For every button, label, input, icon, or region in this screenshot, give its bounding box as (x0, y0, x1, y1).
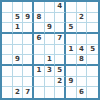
sudoku-cell-empty[interactable] (2, 45, 13, 56)
sudoku-cell-empty[interactable] (2, 66, 13, 77)
sudoku-cell-empty[interactable] (34, 2, 45, 13)
sudoku-cell-empty[interactable] (2, 87, 13, 98)
sudoku-cell-given[interactable]: 7 (55, 34, 66, 45)
sudoku-cell-empty[interactable] (77, 66, 88, 77)
sudoku-cell-given[interactable]: 3 (45, 66, 56, 77)
sudoku-cell-given[interactable]: 9 (23, 13, 34, 24)
sudoku-cell-empty[interactable] (87, 23, 98, 34)
sudoku-cell-empty[interactable] (2, 2, 13, 13)
sudoku-cell-given[interactable]: 1 (34, 66, 45, 77)
sudoku-cell-empty[interactable] (34, 77, 45, 88)
sudoku-cell-given[interactable]: 7 (23, 87, 34, 98)
sudoku-cell-empty[interactable] (13, 77, 24, 88)
sudoku-cell-given[interactable]: 9 (13, 55, 24, 66)
sudoku-cell-empty[interactable] (77, 2, 88, 13)
sudoku-cell-empty[interactable] (23, 55, 34, 66)
sudoku-cell-empty[interactable] (87, 13, 98, 24)
sudoku-cell-empty[interactable] (87, 2, 98, 13)
sudoku-cell-empty[interactable] (87, 34, 98, 45)
sudoku-cell-empty[interactable] (66, 55, 77, 66)
sudoku-cell-empty[interactable] (2, 23, 13, 34)
sudoku-cell-given[interactable]: 9 (66, 77, 77, 88)
sudoku-cell-empty[interactable] (23, 34, 34, 45)
sudoku-cell-empty[interactable] (34, 87, 45, 98)
sudoku-cell-empty[interactable] (13, 66, 24, 77)
sudoku-cell-given[interactable]: 5 (13, 13, 24, 24)
sudoku-cell-empty[interactable] (13, 45, 24, 56)
sudoku-cell-empty[interactable] (34, 23, 45, 34)
sudoku-cell-empty[interactable] (2, 55, 13, 66)
sudoku-cell-given[interactable]: 5 (66, 23, 77, 34)
sudoku-cell-empty[interactable] (55, 13, 66, 24)
sudoku-cell-empty[interactable] (2, 34, 13, 45)
sudoku-cell-given[interactable]: 6 (77, 87, 88, 98)
sudoku-cell-empty[interactable] (77, 77, 88, 88)
sudoku-cell-empty[interactable] (45, 2, 56, 13)
sudoku-cell-given[interactable]: 6 (34, 34, 45, 45)
sudoku-cell-empty[interactable] (87, 87, 98, 98)
sudoku-cell-empty[interactable] (23, 2, 34, 13)
sudoku-cell-empty[interactable] (55, 55, 66, 66)
sudoku-cell-given[interactable]: 5 (87, 45, 98, 56)
sudoku-cell-given[interactable]: 5 (55, 66, 66, 77)
sudoku-cell-empty[interactable] (45, 13, 56, 24)
sudoku-cell-empty[interactable] (2, 77, 13, 88)
sudoku-cell-given[interactable]: 2 (55, 77, 66, 88)
sudoku-cell-empty[interactable] (2, 13, 13, 24)
sudoku-cell-given[interactable]: 1 (66, 45, 77, 56)
sudoku-cell-empty[interactable] (34, 55, 45, 66)
sudoku-cell-empty[interactable] (66, 2, 77, 13)
sudoku-cell-given[interactable]: 1 (13, 23, 24, 34)
sudoku-cell-empty[interactable] (45, 45, 56, 56)
sudoku-cell-empty[interactable] (87, 55, 98, 66)
sudoku-board: 459821956714591813529276 (0, 0, 100, 100)
sudoku-cell-empty[interactable] (45, 87, 56, 98)
sudoku-cell-given[interactable]: 8 (34, 13, 45, 24)
sudoku-cell-empty[interactable] (66, 87, 77, 98)
sudoku-cell-empty[interactable] (66, 34, 77, 45)
sudoku-cell-empty[interactable] (23, 45, 34, 56)
sudoku-cell-empty[interactable] (23, 66, 34, 77)
sudoku-cell-empty[interactable] (55, 45, 66, 56)
sudoku-cell-empty[interactable] (55, 23, 66, 34)
sudoku-cell-given[interactable]: 2 (13, 87, 24, 98)
sudoku-cell-empty[interactable] (87, 66, 98, 77)
sudoku-cell-empty[interactable] (77, 23, 88, 34)
sudoku-cell-empty[interactable] (66, 66, 77, 77)
sudoku-cell-empty[interactable] (34, 45, 45, 56)
sudoku-cell-empty[interactable] (87, 77, 98, 88)
sudoku-cell-given[interactable]: 4 (77, 45, 88, 56)
sudoku-cell-empty[interactable] (55, 87, 66, 98)
sudoku-cell-empty[interactable] (45, 77, 56, 88)
sudoku-cell-given[interactable]: 4 (55, 2, 66, 13)
sudoku-cell-given[interactable]: 1 (45, 55, 56, 66)
sudoku-cell-given[interactable]: 9 (45, 23, 56, 34)
sudoku-cell-empty[interactable] (13, 2, 24, 13)
sudoku-cell-empty[interactable] (66, 13, 77, 24)
sudoku-cell-empty[interactable] (23, 23, 34, 34)
sudoku-cell-empty[interactable] (77, 34, 88, 45)
sudoku-cell-empty[interactable] (13, 34, 24, 45)
sudoku-cell-given[interactable]: 8 (77, 55, 88, 66)
sudoku-cell-given[interactable]: 2 (77, 13, 88, 24)
sudoku-cell-empty[interactable] (45, 34, 56, 45)
sudoku-cell-empty[interactable] (23, 77, 34, 88)
